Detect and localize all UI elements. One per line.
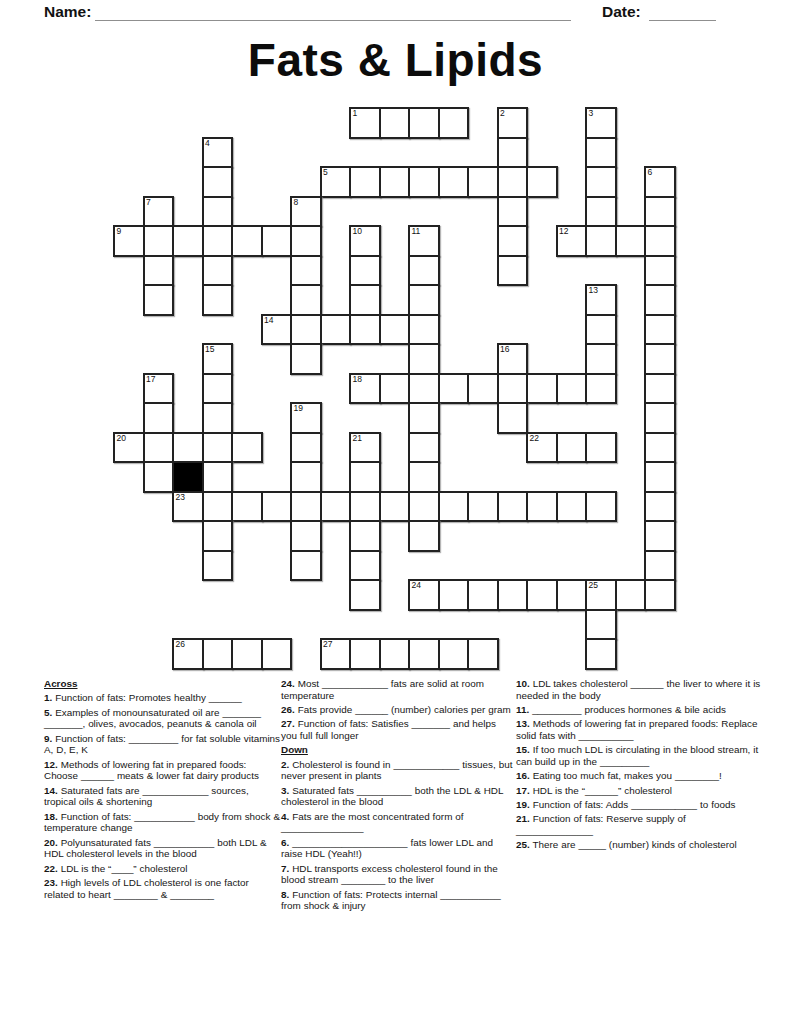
grid-cell-r8c13[interactable]: 16 (497, 343, 529, 375)
clue-across-12: 12. Methods of lowering fat in prepared … (44, 759, 282, 782)
grid-cell-r12c8[interactable] (349, 461, 381, 493)
clue-across-20: 20. Polyunsaturated fats ___________ bot… (44, 837, 282, 860)
clue-column-left: Across1. Function of fats: Promotes heal… (44, 678, 282, 903)
grid-cell-r1c3[interactable]: 4 (202, 137, 234, 169)
grid-cell-r2c12[interactable] (467, 166, 499, 198)
date-blank-line[interactable] (649, 20, 716, 21)
grid-cell-r3c6[interactable]: 8 (290, 196, 322, 228)
clue-number: 21. (516, 813, 530, 824)
clue-down-8: 8. Function of fats: Protects internal _… (281, 889, 514, 912)
grid-cell-r5c3[interactable] (202, 255, 234, 287)
clue-across-1: 1. Function of fats: Promotes healthy __… (44, 692, 282, 704)
cell-number-15: 15 (205, 345, 214, 355)
grid-cell-r18c10[interactable] (408, 638, 440, 670)
clue-number: 16. (516, 770, 530, 781)
grid-cell-r4c8[interactable]: 10 (349, 225, 381, 257)
grid-cell-r12c18[interactable] (644, 461, 676, 493)
grid-cell-r13c8[interactable] (349, 491, 381, 523)
grid-cell-r12c1[interactable] (143, 461, 175, 493)
grid-cell-r3c16[interactable] (585, 196, 617, 228)
across-heading: Across (44, 678, 282, 690)
cell-number-24: 24 (412, 581, 421, 591)
grid-cell-r4c10[interactable]: 11 (408, 225, 440, 257)
grid-cell-r13c4[interactable] (231, 491, 263, 523)
clue-number: 23. (44, 877, 58, 888)
grid-cell-r2c10[interactable] (408, 166, 440, 198)
grid-cell-r13c16[interactable] (585, 491, 617, 523)
clue-number: 6. (281, 837, 289, 848)
grid-cell-r10c13[interactable] (497, 402, 529, 434)
cell-number-4: 4 (205, 139, 210, 149)
grid-cell-r15c6[interactable] (290, 550, 322, 582)
grid-cell-r0c11[interactable] (438, 107, 470, 139)
grid-cell-r7c10[interactable] (408, 314, 440, 346)
clue-column-middle: 24. Most ____________ fats are solid at … (281, 678, 514, 915)
grid-cell-r9c13[interactable] (497, 373, 529, 405)
clue-number: 9. (44, 733, 52, 744)
grid-cell-r2c7[interactable]: 5 (320, 166, 352, 198)
grid-cell-r7c6[interactable] (290, 314, 322, 346)
down-heading: Down (281, 744, 514, 756)
grid-cell-r9c8[interactable]: 18 (349, 373, 381, 405)
grid-cell-r10c6[interactable]: 19 (290, 402, 322, 434)
grid-cell-r2c13[interactable] (497, 166, 529, 198)
grid-cell-r15c3[interactable] (202, 550, 234, 582)
grid-cell-r12c3[interactable] (202, 461, 234, 493)
grid-cell-r15c8[interactable] (349, 550, 381, 582)
cell-number-19: 19 (294, 404, 303, 414)
grid-cell-r16c15[interactable] (556, 579, 588, 611)
grid-cell-r13c7[interactable] (320, 491, 352, 523)
clue-number: 26. (281, 704, 295, 715)
grid-cell-r7c5[interactable]: 14 (261, 314, 293, 346)
grid-cell-r14c6[interactable] (290, 520, 322, 552)
grid-cell-r0c8[interactable]: 1 (349, 107, 381, 139)
grid-cell-r18c8[interactable] (349, 638, 381, 670)
cell-number-23: 23 (176, 493, 185, 503)
grid-cell-r2c11[interactable] (438, 166, 470, 198)
cell-number-8: 8 (294, 198, 299, 208)
grid-cell-r13c15[interactable] (556, 491, 588, 523)
clue-number: 4. (281, 811, 289, 822)
grid-cell-r11c15[interactable] (556, 432, 588, 464)
grid-cell-r18c11[interactable] (438, 638, 470, 670)
cell-number-16: 16 (500, 345, 509, 355)
grid-cell-r16c13[interactable] (497, 579, 529, 611)
clue-number: 13. (516, 718, 530, 729)
grid-cell-r17c16[interactable] (585, 609, 617, 641)
grid-cell-r11c14[interactable]: 22 (526, 432, 558, 464)
grid-cell-r3c18[interactable] (644, 196, 676, 228)
grid-cell-r13c10[interactable] (408, 491, 440, 523)
clue-down-6: 6. _____________________ fats lower LDL … (281, 837, 514, 860)
clue-column-right: 10. LDL takes cholesterol ______ the liv… (516, 678, 762, 853)
clue-number: 5. (44, 707, 52, 718)
grid-cell-r11c8[interactable]: 21 (349, 432, 381, 464)
clue-across-5: 5. Examples of monounsaturated oil are _… (44, 707, 282, 730)
cell-number-18: 18 (353, 375, 362, 385)
cell-number-21: 21 (353, 434, 362, 444)
grid-cell-r8c10[interactable] (408, 343, 440, 375)
worksheet-page: { "header": { "name_label": "Name:", "da… (0, 0, 791, 1024)
cell-number-22: 22 (530, 434, 539, 444)
grid-cell-r7c16[interactable] (585, 314, 617, 346)
grid-cell-r18c7[interactable]: 27 (320, 638, 352, 670)
grid-cell-r5c18[interactable] (644, 255, 676, 287)
grid-cell-r11c0[interactable]: 20 (113, 432, 145, 464)
grid-cell-r6c3[interactable] (202, 284, 234, 316)
clue-down-15: 15. If too much LDL is circulating in th… (516, 744, 762, 767)
grid-cell-r0c13[interactable]: 2 (497, 107, 529, 139)
grid-cell-r18c16[interactable] (585, 638, 617, 670)
grid-cell-r10c3[interactable] (202, 402, 234, 434)
grid-cell-r11c18[interactable] (644, 432, 676, 464)
cell-number-27: 27 (323, 640, 332, 650)
grid-cell-r8c18[interactable] (644, 343, 676, 375)
grid-cell-r5c6[interactable] (290, 255, 322, 287)
clue-number: 12. (44, 759, 58, 770)
grid-cell-r13c11[interactable] (438, 491, 470, 523)
grid-cell-r16c10[interactable]: 24 (408, 579, 440, 611)
grid-cell-r6c16[interactable]: 13 (585, 284, 617, 316)
clue-across-9: 9. Function of fats: _________ for fat s… (44, 733, 282, 756)
grid-cell-r11c3[interactable] (202, 432, 234, 464)
cell-number-1: 1 (353, 109, 358, 119)
grid-cell-r9c9[interactable] (379, 373, 411, 405)
grid-cell-r4c5[interactable] (261, 225, 293, 257)
grid-cell-r14c10[interactable] (408, 520, 440, 552)
grid-cell-r3c3[interactable] (202, 196, 234, 228)
cell-number-3: 3 (589, 109, 594, 119)
grid-cell-r8c16[interactable] (585, 343, 617, 375)
clue-down-25: 25. There are _____ (number) kinds of ch… (516, 839, 762, 851)
date-label: Date: (602, 3, 641, 21)
grid-cell-r9c12[interactable] (467, 373, 499, 405)
grid-cell-r2c16[interactable] (585, 166, 617, 198)
cell-number-6: 6 (648, 168, 653, 178)
grid-cell-r9c1[interactable]: 17 (143, 373, 175, 405)
grid-cell-r7c18[interactable] (644, 314, 676, 346)
grid-cell-r13c12[interactable] (467, 491, 499, 523)
grid-cell-r14c3[interactable] (202, 520, 234, 552)
grid-cell-r9c14[interactable] (526, 373, 558, 405)
grid-cell-r8c3[interactable]: 15 (202, 343, 234, 375)
clue-across-24: 24. Most ____________ fats are solid at … (281, 678, 514, 701)
grid-cell-r6c6[interactable] (290, 284, 322, 316)
grid-cell-r1c16[interactable] (585, 137, 617, 169)
cell-number-11: 11 (412, 227, 421, 237)
clue-across-22: 22. LDL is the “____” cholesterol (44, 863, 282, 875)
grid-cell-r16c11[interactable] (438, 579, 470, 611)
cell-number-12: 12 (559, 227, 568, 237)
clue-down-19: 19. Function of fats: Adds ____________ … (516, 799, 762, 811)
grid-cell-r6c8[interactable] (349, 284, 381, 316)
grid-cell-r8c6[interactable] (290, 343, 322, 375)
grid-cell-r16c8[interactable] (349, 579, 381, 611)
clue-number: 10. (516, 678, 530, 689)
clue-down-21: 21. Function of fats: Reserve supply of … (516, 813, 762, 836)
grid-cell-r2c9[interactable] (379, 166, 411, 198)
cell-number-25: 25 (589, 581, 598, 591)
grid-cell-r13c3[interactable] (202, 491, 234, 523)
grid-cell-r4c0[interactable]: 9 (113, 225, 145, 257)
grid-cell-r18c4[interactable] (231, 638, 263, 670)
grid-cell-r18c2[interactable]: 26 (172, 638, 204, 670)
grid-cell-r10c1[interactable] (143, 402, 175, 434)
clue-number: 2. (281, 759, 289, 770)
grid-cell-r13c5[interactable] (261, 491, 293, 523)
grid-cell-r5c1[interactable] (143, 255, 175, 287)
grid-cell-r13c18[interactable] (644, 491, 676, 523)
grid-cell-r4c15[interactable]: 12 (556, 225, 588, 257)
grid-cell-r7c7[interactable] (320, 314, 352, 346)
grid-cell-r18c9[interactable] (379, 638, 411, 670)
grid-cell-r14c18[interactable] (644, 520, 676, 552)
grid-cell-r15c18[interactable] (644, 550, 676, 582)
clue-down-2: 2. Cholesterol is found in ____________ … (281, 759, 514, 782)
grid-cell-r11c4[interactable] (231, 432, 263, 464)
grid-cell-r18c5[interactable] (261, 638, 293, 670)
clue-down-10: 10. LDL takes cholesterol ______ the liv… (516, 678, 762, 701)
name-label: Name: (44, 3, 91, 21)
clue-across-14: 14. Saturated fats are ____________ sour… (44, 785, 282, 808)
crossword-grid: 1234567891011121314151617181920212223242… (113, 107, 677, 671)
grid-cell-r5c10[interactable] (408, 255, 440, 287)
clue-number: 15. (516, 744, 530, 755)
clue-number: 11. (516, 704, 529, 715)
grid-cell-r13c14[interactable] (526, 491, 558, 523)
grid-cell-r0c16[interactable]: 3 (585, 107, 617, 139)
grid-cell-r4c6[interactable] (290, 225, 322, 257)
grid-cell-r6c10[interactable] (408, 284, 440, 316)
name-blank-line[interactable] (95, 20, 571, 21)
clue-number: 1. (44, 692, 52, 703)
grid-cell-r13c6[interactable] (290, 491, 322, 523)
grid-cell-r6c1[interactable] (143, 284, 175, 316)
grid-cell-r2c14[interactable] (526, 166, 558, 198)
clue-down-17: 17. HDL is the “______” cholesterol (516, 785, 762, 797)
cell-number-2: 2 (500, 109, 505, 119)
clue-number: 17. (516, 785, 530, 796)
grid-cell-r9c16[interactable] (585, 373, 617, 405)
grid-cell-r4c17[interactable] (615, 225, 647, 257)
grid-cell-r13c2[interactable]: 23 (172, 491, 204, 523)
grid-cell-r7c9[interactable] (379, 314, 411, 346)
grid-cell-r11c1[interactable] (143, 432, 175, 464)
grid-cell-r9c10[interactable] (408, 373, 440, 405)
grid-cell-r4c4[interactable] (231, 225, 263, 257)
grid-cell-r12c10[interactable] (408, 461, 440, 493)
clue-number: 8. (281, 889, 289, 900)
cell-number-20: 20 (117, 434, 126, 444)
clue-down-16: 16. Eating too much fat, makes you _____… (516, 770, 762, 782)
grid-cell-r7c8[interactable] (349, 314, 381, 346)
clue-down-7: 7. HDL transports excess cholesterol fou… (281, 863, 514, 886)
grid-cell-r11c16[interactable] (585, 432, 617, 464)
grid-cell-r3c13[interactable] (497, 196, 529, 228)
grid-cell-r2c18[interactable]: 6 (644, 166, 676, 198)
grid-cell-r0c10[interactable] (408, 107, 440, 139)
clue-across-18: 18. Function of fats: ___________ body f… (44, 811, 282, 834)
grid-cell-r13c13[interactable] (497, 491, 529, 523)
black-cell (172, 461, 204, 493)
cell-number-17: 17 (146, 375, 155, 385)
grid-cell-r16c14[interactable] (526, 579, 558, 611)
grid-cell-r5c8[interactable] (349, 255, 381, 287)
grid-cell-r4c1[interactable] (143, 225, 175, 257)
grid-cell-r9c3[interactable] (202, 373, 234, 405)
grid-cell-r16c17[interactable] (615, 579, 647, 611)
clue-number: 19. (516, 799, 530, 810)
cell-number-14: 14 (264, 316, 273, 326)
cell-number-26: 26 (176, 640, 185, 650)
grid-cell-r0c9[interactable] (379, 107, 411, 139)
clue-number: 22. (44, 863, 58, 874)
grid-cell-r18c12[interactable] (467, 638, 499, 670)
clue-number: 18. (44, 811, 58, 822)
clue-number: 27. (281, 718, 295, 729)
clue-number: 3. (281, 785, 289, 796)
clue-number: 25. (516, 839, 530, 850)
grid-cell-r11c6[interactable] (290, 432, 322, 464)
grid-cell-r14c8[interactable] (349, 520, 381, 552)
grid-cell-r1c13[interactable] (497, 137, 529, 169)
clue-down-4: 4. Fats are the most concentrated form o… (281, 811, 514, 834)
clue-down-11: 11. _________ produces hormones & bile a… (516, 704, 762, 716)
cell-number-5: 5 (323, 168, 328, 178)
grid-cell-r10c10[interactable] (408, 402, 440, 434)
cell-number-13: 13 (589, 286, 598, 296)
grid-cell-r18c3[interactable] (202, 638, 234, 670)
grid-cell-r11c2[interactable] (172, 432, 204, 464)
grid-cell-r9c18[interactable] (644, 373, 676, 405)
clue-across-26: 26. Fats provide ______ (number) calorie… (281, 704, 514, 716)
grid-cell-r10c18[interactable] (644, 402, 676, 434)
clue-across-23: 23. High levels of LDL cholesterol is on… (44, 877, 282, 900)
clue-number: 24. (281, 678, 295, 689)
grid-cell-r12c6[interactable] (290, 461, 322, 493)
grid-cell-r13c9[interactable] (379, 491, 411, 523)
grid-cell-r6c18[interactable] (644, 284, 676, 316)
grid-cell-r4c16[interactable] (585, 225, 617, 257)
grid-cell-r4c13[interactable] (497, 225, 529, 257)
clue-down-3: 3. Saturated fats __________ both the LD… (281, 785, 514, 808)
grid-cell-r9c11[interactable] (438, 373, 470, 405)
cell-number-9: 9 (117, 227, 122, 237)
grid-cell-r4c2[interactable] (172, 225, 204, 257)
clue-number: 20. (44, 837, 58, 848)
grid-cell-r11c10[interactable] (408, 432, 440, 464)
grid-cell-r3c1[interactable]: 7 (143, 196, 175, 228)
grid-cell-r16c16[interactable]: 25 (585, 579, 617, 611)
clue-number: 7. (281, 863, 289, 874)
page-title: Fats & Lipids (0, 33, 791, 87)
clue-down-13: 13. Methods of lowering fat in prepared … (516, 718, 762, 741)
clue-number: 14. (44, 785, 58, 796)
clue-across-27: 27. Function of fats: Satisfies _______ … (281, 718, 514, 741)
cell-number-7: 7 (146, 198, 151, 208)
cell-number-10: 10 (353, 227, 362, 237)
grid-cell-r16c12[interactable] (467, 579, 499, 611)
grid-cell-r4c18[interactable] (644, 225, 676, 257)
grid-cell-r16c18[interactable] (644, 579, 676, 611)
grid-cell-r2c3[interactable] (202, 166, 234, 198)
grid-cell-r5c13[interactable] (497, 255, 529, 287)
grid-cell-r2c8[interactable] (349, 166, 381, 198)
grid-cell-r4c3[interactable] (202, 225, 234, 257)
grid-cell-r9c15[interactable] (556, 373, 588, 405)
